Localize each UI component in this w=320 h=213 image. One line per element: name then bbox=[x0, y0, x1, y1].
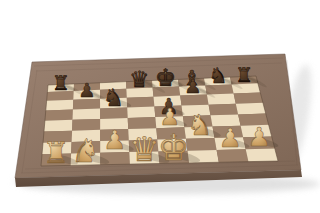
piece-glyph-pawn: ♟ bbox=[247, 122, 270, 152]
piece-glyph-queen: ♛ bbox=[129, 130, 159, 169]
square-d4[interactable] bbox=[128, 117, 157, 129]
square-d5[interactable] bbox=[127, 107, 155, 118]
square-g5[interactable] bbox=[209, 104, 239, 116]
piece-glyph-king: ♚ bbox=[158, 127, 190, 168]
square-b4[interactable] bbox=[72, 119, 100, 131]
piece-glyph-rook: ♜ bbox=[235, 64, 253, 87]
square-h6[interactable] bbox=[234, 93, 263, 104]
piece-glyph-knight: ♞ bbox=[103, 84, 125, 112]
chess-board: ♜♛♚♝♞♜♟♟♞♟♟♞♟♟♟♜♞♛♚ bbox=[0, 0, 320, 213]
square-a4[interactable] bbox=[44, 120, 73, 132]
piece-glyph-pawn: ♟ bbox=[103, 125, 126, 155]
piece-glyph-rook: ♜ bbox=[43, 135, 70, 170]
square-h5[interactable] bbox=[236, 103, 266, 115]
piece-glyph-queen: ♛ bbox=[129, 66, 149, 92]
product-photo: ♜♛♚♝♞♜♟♟♞♟♟♞♟♟♟♜♞♛♚ bbox=[0, 0, 320, 213]
square-a6[interactable] bbox=[46, 100, 74, 111]
square-a5[interactable] bbox=[45, 110, 73, 121]
piece-glyph-knight: ♞ bbox=[208, 63, 227, 88]
piece-glyph-pawn: ♟ bbox=[184, 75, 201, 98]
piece-glyph-king: ♚ bbox=[155, 64, 176, 92]
piece-glyph-pawn: ♟ bbox=[160, 103, 181, 130]
piece-glyph-knight: ♞ bbox=[71, 132, 100, 170]
piece-glyph-rook: ♜ bbox=[52, 72, 70, 95]
piece-glyph-pawn: ♟ bbox=[78, 79, 95, 102]
piece-glyph-knight: ♞ bbox=[187, 108, 213, 142]
piece-glyph-pawn: ♟ bbox=[219, 123, 242, 153]
square-b5[interactable] bbox=[73, 109, 101, 120]
